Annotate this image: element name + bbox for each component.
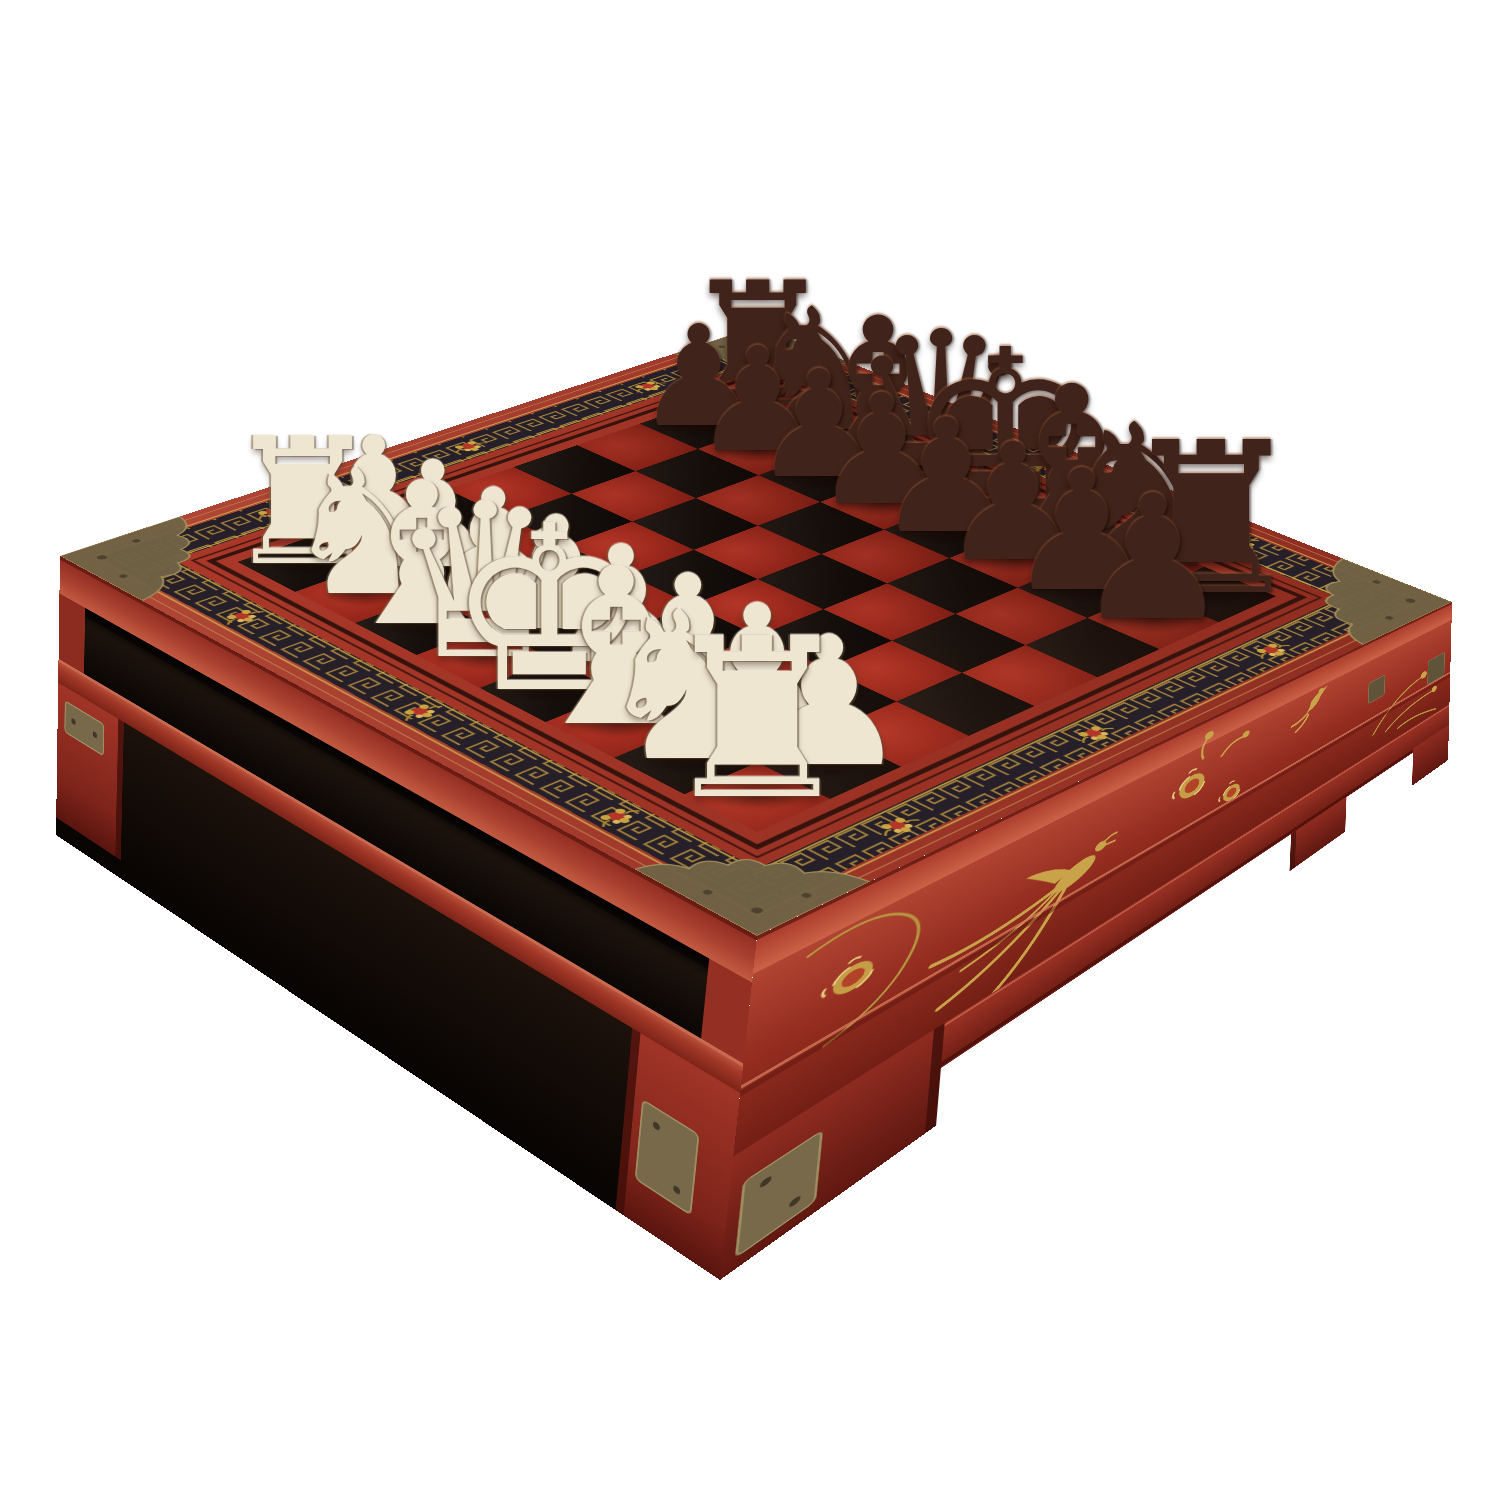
piece-glyph: ♟	[1075, 473, 1230, 646]
pieces-layer: ♜♞♝♛♚♝♞♜♟♟♟♟♟♟♟♟♟♟♟♟♟♟♟♟♜♞♝♛♚♝♞♜	[0, 0, 1500, 1500]
piece-glyph: ♜	[658, 608, 856, 829]
product-photo-terracotta-chess-set: ♜♞♝♛♚♝♞♜♟♟♟♟♟♟♟♟♟♟♟♟♟♟♟♟♜♞♝♛♚♝♞♜	[0, 0, 1500, 1500]
